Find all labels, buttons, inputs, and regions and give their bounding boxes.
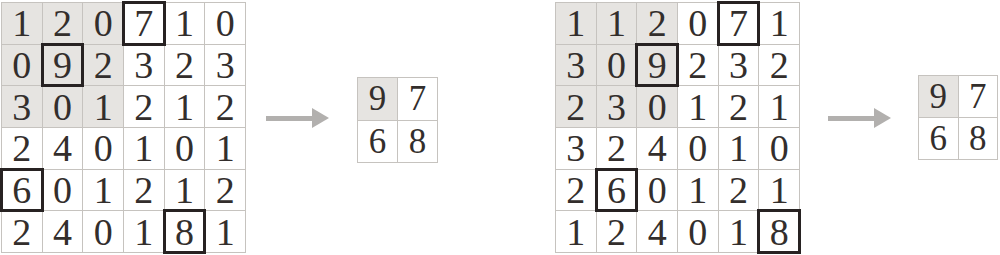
- cell-r5c4: 1: [719, 211, 759, 252]
- cell-r3c3: 1: [124, 128, 164, 169]
- cell-r1c0: 6: [358, 121, 397, 163]
- cell-r5c5: 1: [205, 211, 245, 252]
- cell-r3c0: 2: [2, 128, 42, 169]
- cell-r2c4: 2: [719, 86, 759, 127]
- cell-r1c5: 3: [205, 45, 245, 86]
- cell-r2c2: 1: [83, 86, 123, 127]
- cell-r1c1: 8: [959, 118, 998, 159]
- cell-r1c1: 0: [597, 45, 637, 86]
- cell-r5c1: 4: [43, 211, 83, 252]
- arrow-head: [874, 108, 891, 128]
- arrow-shaft: [266, 116, 312, 121]
- cell-r3c4: 1: [719, 128, 759, 169]
- cell-r0c2: 2: [637, 3, 677, 44]
- cell-r4c4: 1: [165, 170, 205, 211]
- cell-r4c3: 1: [678, 170, 718, 211]
- cell-r1c2: 9: [637, 45, 677, 86]
- cell-r5c0: 1: [556, 211, 596, 252]
- cell-r0c0: 9: [358, 78, 397, 120]
- cell-r4c0: 2: [556, 170, 596, 211]
- cell-r0c0: 1: [556, 3, 596, 44]
- cell-r5c5: 8: [759, 211, 799, 252]
- cell-r1c0: 0: [2, 45, 42, 86]
- cell-r0c3: 7: [124, 3, 164, 44]
- cell-r4c2: 0: [637, 170, 677, 211]
- right-result-matrix: 9768: [918, 75, 998, 160]
- cell-r4c5: 2: [205, 170, 245, 211]
- cell-r2c5: 1: [759, 86, 799, 127]
- left-result-matrix: 9768: [357, 77, 438, 163]
- cell-r0c5: 1: [759, 3, 799, 44]
- cell-r1c0: 6: [919, 118, 958, 159]
- cell-r1c1: 8: [398, 121, 437, 163]
- cell-r2c2: 0: [637, 86, 677, 127]
- cell-r5c0: 2: [2, 211, 42, 252]
- cell-r0c2: 0: [83, 3, 123, 44]
- cell-r3c1: 4: [43, 128, 83, 169]
- cell-r5c4: 8: [165, 211, 205, 252]
- cell-r1c4: 3: [719, 45, 759, 86]
- cell-r4c2: 1: [83, 170, 123, 211]
- cell-r2c3: 2: [124, 86, 164, 127]
- cell-r5c2: 4: [637, 211, 677, 252]
- cell-r2c0: 3: [2, 86, 42, 127]
- cell-r5c3: 0: [678, 211, 718, 252]
- cell-r0c0: 1: [2, 3, 42, 44]
- cell-r3c2: 4: [637, 128, 677, 169]
- cell-r2c3: 1: [678, 86, 718, 127]
- cell-r0c3: 0: [678, 3, 718, 44]
- cell-r3c5: 0: [759, 128, 799, 169]
- cell-r1c4: 2: [165, 45, 205, 86]
- right-arrow-icon: [266, 107, 329, 129]
- cell-r3c2: 0: [83, 128, 123, 169]
- cell-r0c4: 7: [719, 3, 759, 44]
- cell-r0c0: 9: [919, 76, 958, 117]
- cell-r3c1: 2: [597, 128, 637, 169]
- cell-r4c1: 0: [43, 170, 83, 211]
- cell-r5c2: 0: [83, 211, 123, 252]
- cell-r4c5: 1: [759, 170, 799, 211]
- cell-r1c1: 9: [43, 45, 83, 86]
- cell-r1c5: 2: [759, 45, 799, 86]
- cell-r5c3: 1: [124, 211, 164, 252]
- cell-r1c3: 2: [678, 45, 718, 86]
- cell-r0c1: 7: [959, 76, 998, 117]
- cell-r2c5: 2: [205, 86, 245, 127]
- cell-r4c1: 6: [597, 170, 637, 211]
- cell-r0c5: 0: [205, 3, 245, 44]
- max-pooling-diagram: 120710092323301212240101601212240181 976…: [0, 0, 1000, 255]
- cell-r2c0: 2: [556, 86, 596, 127]
- cell-r3c5: 1: [205, 128, 245, 169]
- right-arrow-icon: [828, 107, 891, 129]
- cell-r0c4: 1: [165, 3, 205, 44]
- arrow-shaft: [828, 116, 874, 121]
- cell-r4c3: 2: [124, 170, 164, 211]
- right-source-matrix: 112071309232230121324010260121124018: [555, 2, 800, 253]
- cell-r4c0: 6: [2, 170, 42, 211]
- cell-r0c1: 1: [597, 3, 637, 44]
- cell-r1c3: 3: [124, 45, 164, 86]
- cell-r0c1: 7: [398, 78, 437, 120]
- cell-r3c0: 3: [556, 128, 596, 169]
- cell-r1c0: 3: [556, 45, 596, 86]
- cell-r5c1: 2: [597, 211, 637, 252]
- cell-r2c1: 0: [43, 86, 83, 127]
- cell-r2c1: 3: [597, 86, 637, 127]
- left-source-matrix: 120710092323301212240101601212240181: [1, 2, 246, 253]
- arrow-head: [312, 108, 329, 128]
- cell-r3c4: 0: [165, 128, 205, 169]
- cell-r1c2: 2: [83, 45, 123, 86]
- cell-r3c3: 0: [678, 128, 718, 169]
- cell-r2c4: 1: [165, 86, 205, 127]
- cell-r0c1: 2: [43, 3, 83, 44]
- cell-r4c4: 2: [719, 170, 759, 211]
